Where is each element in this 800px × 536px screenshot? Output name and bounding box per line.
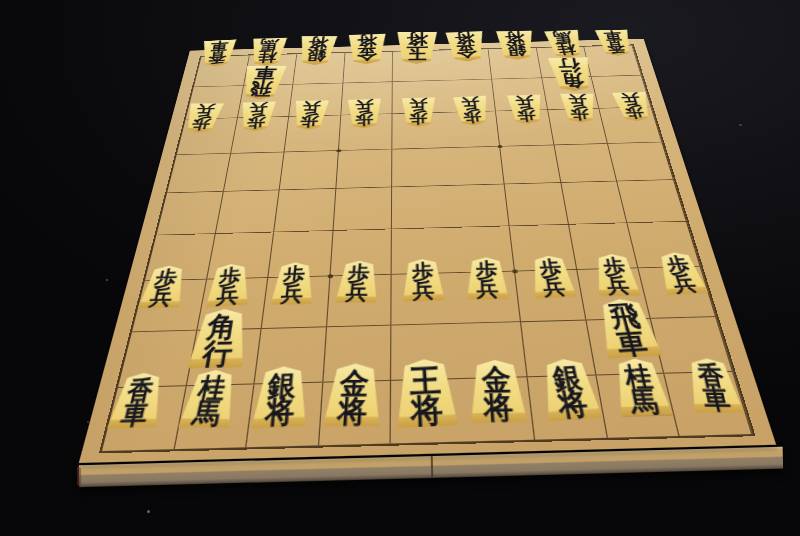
piece-gote-pawn[interactable]: 歩兵 (611, 92, 656, 122)
square-3c[interactable]: 歩兵 (496, 110, 554, 146)
square-4g[interactable]: 歩兵 (454, 272, 522, 324)
piece-kanji: 玉将 (394, 28, 438, 67)
square-9g[interactable]: 歩兵 (132, 280, 207, 332)
dust-speck (106, 279, 108, 281)
shogi-board-scene: 香車桂馬銀将金将玉将金将銀将桂馬香車飛車角行歩兵歩兵歩兵歩兵歩兵歩兵歩兵歩兵歩兵… (139, 0, 703, 488)
board-surface: 香車桂馬銀将金将玉将金将銀将桂馬香車飛車角行歩兵歩兵歩兵歩兵歩兵歩兵歩兵歩兵歩兵… (79, 39, 776, 463)
square-5g[interactable]: 歩兵 (392, 273, 457, 325)
square-8d[interactable] (223, 152, 284, 192)
piece-kanji: 歩兵 (400, 94, 437, 130)
piece-gote-gold[interactable]: 金将 (444, 31, 488, 62)
square-6a[interactable]: 金将 (343, 52, 393, 83)
dust-speck (147, 510, 150, 513)
square-6e[interactable] (333, 187, 392, 230)
piece-gote-pawn[interactable]: 歩兵 (346, 98, 383, 128)
square-9d[interactable] (167, 153, 231, 193)
square-7a[interactable]: 銀将 (293, 53, 345, 84)
square-4e[interactable] (449, 184, 510, 227)
square-5a[interactable]: 玉将 (393, 50, 443, 81)
square-6d[interactable] (336, 149, 393, 189)
square-5i[interactable]: 王将 (391, 379, 463, 443)
square-3i[interactable]: 銀将 (528, 376, 608, 440)
photo-background: 香車桂馬銀将金将玉将金将銀将桂馬香車飛車角行歩兵歩兵歩兵歩兵歩兵歩兵歩兵歩兵歩兵… (0, 0, 800, 536)
piece-kanji: 香車 (198, 36, 238, 69)
square-8e[interactable] (215, 190, 279, 233)
piece-gote-knight[interactable]: 桂馬 (543, 30, 587, 59)
dust-speck (739, 124, 742, 126)
square-9c[interactable]: 歩兵 (177, 118, 238, 155)
square-4i[interactable]: 金将 (460, 378, 536, 442)
square-2e[interactable] (561, 182, 628, 225)
square-1d[interactable] (608, 142, 674, 181)
piece-kanji: 歩兵 (268, 258, 316, 310)
piece-gote-lance[interactable]: 香車 (594, 29, 636, 56)
square-6c[interactable]: 歩兵 (339, 114, 393, 151)
square-5d[interactable] (392, 148, 448, 188)
square-6i[interactable]: 金将 (319, 381, 392, 445)
square-1a[interactable]: 香車 (585, 45, 642, 76)
piece-gote-king[interactable]: 玉将 (395, 32, 439, 64)
piece-gote-pawn[interactable]: 歩兵 (400, 98, 437, 128)
square-1i[interactable]: 香車 (665, 372, 752, 436)
square-1c[interactable]: 歩兵 (600, 107, 663, 143)
square-7e[interactable] (274, 189, 336, 232)
piece-kanji: 香車 (593, 27, 637, 59)
square-3a[interactable]: 銀将 (489, 48, 542, 79)
board-grid: 香車桂馬銀将金将玉将金将銀将桂馬香車飛車角行歩兵歩兵歩兵歩兵歩兵歩兵歩兵歩兵歩兵… (99, 44, 756, 453)
piece-gote-gold[interactable]: 金将 (346, 34, 387, 65)
square-8c[interactable]: 歩兵 (231, 117, 290, 154)
piece-kanji: 銀将 (295, 33, 340, 68)
piece-gote-silver[interactable]: 銀将 (495, 31, 538, 60)
piece-kanji: 金将 (444, 28, 489, 66)
square-1g[interactable]: 歩兵 (639, 267, 716, 319)
piece-gote-silver[interactable]: 銀将 (295, 36, 339, 65)
square-4d[interactable] (446, 146, 505, 186)
square-8i[interactable]: 桂馬 (174, 385, 254, 449)
square-3e[interactable] (505, 183, 569, 226)
square-4a[interactable]: 金将 (441, 49, 492, 80)
square-7i[interactable]: 銀将 (247, 383, 323, 447)
square-9i[interactable]: 香車 (102, 387, 186, 451)
square-2d[interactable] (554, 144, 617, 183)
piece-kanji: 桂馬 (246, 35, 288, 69)
piece-kanji: 銀将 (494, 28, 537, 64)
square-7g[interactable]: 歩兵 (262, 277, 330, 329)
piece-gote-lance[interactable]: 香車 (198, 39, 237, 67)
square-9a[interactable]: 香車 (194, 55, 249, 86)
piece-kanji: 桂馬 (542, 27, 588, 62)
square-5e[interactable] (392, 186, 451, 229)
square-9e[interactable] (156, 192, 223, 235)
piece-gote-knight[interactable]: 桂馬 (247, 38, 288, 66)
square-7c[interactable]: 歩兵 (285, 115, 341, 152)
square-3g[interactable]: 歩兵 (515, 270, 586, 322)
piece-kanji: 歩兵 (346, 95, 383, 132)
square-4c[interactable]: 歩兵 (444, 111, 500, 147)
square-1e[interactable] (618, 180, 687, 223)
square-3d[interactable] (500, 145, 561, 185)
piece-kanji: 金将 (346, 30, 387, 68)
square-5c[interactable]: 歩兵 (393, 113, 447, 149)
square-6g[interactable]: 歩兵 (327, 275, 392, 327)
square-2c[interactable]: 歩兵 (548, 109, 608, 145)
square-7d[interactable] (280, 151, 339, 191)
